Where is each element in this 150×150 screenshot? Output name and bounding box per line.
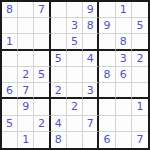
cell-r5c9[interactable]: [132, 67, 148, 83]
cell-r1c2[interactable]: [18, 2, 34, 18]
cell-r9c7: 6: [99, 132, 115, 148]
cell-r2c3[interactable]: [34, 18, 50, 34]
cell-r8c2[interactable]: [18, 116, 34, 132]
cell-r3c5: 5: [67, 34, 83, 50]
cell-r7c1[interactable]: [2, 99, 18, 115]
cell-r4c8: 3: [116, 51, 132, 67]
cell-r8c6: 7: [83, 116, 99, 132]
cell-r3c3[interactable]: [34, 34, 50, 50]
cell-r5c4[interactable]: [51, 67, 67, 83]
cell-r2c9: 5: [132, 18, 148, 34]
cell-r5c6[interactable]: [83, 67, 99, 83]
cell-r3c8: 8: [116, 34, 132, 50]
cell-r4c4: 5: [51, 51, 67, 67]
cell-r6c1: 6: [2, 83, 18, 99]
cell-r2c5: 3: [67, 18, 83, 34]
cell-r4c6: 4: [83, 51, 99, 67]
cell-r4c2[interactable]: [18, 51, 34, 67]
cell-r8c1: 5: [2, 116, 18, 132]
cell-r3c7[interactable]: [99, 34, 115, 50]
cell-r2c8[interactable]: [116, 18, 132, 34]
cell-r9c4: 8: [51, 132, 67, 148]
cell-r7c3[interactable]: [34, 99, 50, 115]
cell-r1c8: 1: [116, 2, 132, 18]
cell-r1c7[interactable]: [99, 2, 115, 18]
cell-r8c4: 4: [51, 116, 67, 132]
cell-r6c9[interactable]: [132, 83, 148, 99]
cell-r6c4: 2: [51, 83, 67, 99]
cell-r9c6[interactable]: [83, 132, 99, 148]
cell-r9c5[interactable]: [67, 132, 83, 148]
cell-r2c1[interactable]: [2, 18, 18, 34]
cell-r5c2: 2: [18, 67, 34, 83]
cell-r7c9: 1: [132, 99, 148, 115]
cell-r8c3: 2: [34, 116, 50, 132]
cell-r3c4[interactable]: [51, 34, 67, 50]
cell-r1c5[interactable]: [67, 2, 83, 18]
cell-r6c5[interactable]: [67, 83, 83, 99]
cell-r6c2: 7: [18, 83, 34, 99]
cell-r8c9[interactable]: [132, 116, 148, 132]
cell-r5c5[interactable]: [67, 67, 83, 83]
cell-r3c9[interactable]: [132, 34, 148, 50]
cell-r4c9: 2: [132, 51, 148, 67]
cell-r3c6[interactable]: [83, 34, 99, 50]
cell-r8c8[interactable]: [116, 116, 132, 132]
cell-r1c1: 8: [2, 2, 18, 18]
cell-r3c1: 1: [2, 34, 18, 50]
cell-r4c1[interactable]: [2, 51, 18, 67]
cell-r3c2[interactable]: [18, 34, 34, 50]
cell-r1c3: 7: [34, 2, 50, 18]
cell-r9c1[interactable]: [2, 132, 18, 148]
cell-r1c6: 9: [83, 2, 99, 18]
cell-r1c9[interactable]: [132, 2, 148, 18]
cell-r4c3[interactable]: [34, 51, 50, 67]
cell-r2c2[interactable]: [18, 18, 34, 34]
cell-r5c3: 5: [34, 67, 50, 83]
cell-r7c7[interactable]: [99, 99, 115, 115]
cell-r8c7[interactable]: [99, 116, 115, 132]
cell-r9c9: 7: [132, 132, 148, 148]
cell-r9c8[interactable]: [116, 132, 132, 148]
sudoku-board: 8791389515854322586672392152471867: [0, 0, 150, 150]
cell-r4c5[interactable]: [67, 51, 83, 67]
cell-r7c8[interactable]: [116, 99, 132, 115]
cell-r7c2: 9: [18, 99, 34, 115]
cell-r6c6: 3: [83, 83, 99, 99]
cell-r7c4[interactable]: [51, 99, 67, 115]
cell-r8c5[interactable]: [67, 116, 83, 132]
cell-r2c6: 8: [83, 18, 99, 34]
cell-r2c4[interactable]: [51, 18, 67, 34]
cell-r4c7[interactable]: [99, 51, 115, 67]
cell-r9c3[interactable]: [34, 132, 50, 148]
cell-r5c1[interactable]: [2, 67, 18, 83]
cell-r1c4[interactable]: [51, 2, 67, 18]
cell-r6c3[interactable]: [34, 83, 50, 99]
cell-r6c7[interactable]: [99, 83, 115, 99]
cell-r6c8[interactable]: [116, 83, 132, 99]
cell-r5c7: 8: [99, 67, 115, 83]
cell-r9c2: 1: [18, 132, 34, 148]
cell-r7c6[interactable]: [83, 99, 99, 115]
cell-r7c5: 2: [67, 99, 83, 115]
cell-r2c7: 9: [99, 18, 115, 34]
cell-r5c8: 6: [116, 67, 132, 83]
